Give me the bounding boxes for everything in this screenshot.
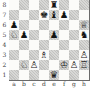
square-c4[interactable] <box>29 40 39 50</box>
square-f1[interactable] <box>59 70 69 80</box>
chess-diagram: 87654321 ♜♚♝♟♟♕♘♟♟♞♗♙♘♙♔♙♖♛ abcdefgh <box>0 0 92 88</box>
black-queen-e1: ♛ <box>50 70 59 80</box>
square-b7[interactable] <box>19 10 29 20</box>
white-knight-b2: ♘ <box>20 60 29 70</box>
white-knight-a5: ♘ <box>10 30 19 40</box>
black-pawn-f7: ♟ <box>60 10 69 20</box>
white-king-f2: ♔ <box>60 60 69 70</box>
square-f8[interactable] <box>59 0 69 10</box>
black-pawn-e5: ♟ <box>50 30 59 40</box>
square-b3[interactable] <box>19 50 29 60</box>
square-d1[interactable] <box>39 70 49 80</box>
square-e4[interactable] <box>49 40 59 50</box>
black-knight-h5: ♞ <box>80 30 89 40</box>
square-g3[interactable] <box>69 50 79 60</box>
white-queen-h6: ♕ <box>80 20 89 30</box>
square-a1[interactable] <box>9 70 19 80</box>
square-a3[interactable] <box>9 50 19 60</box>
rank-label-2: 2 <box>0 60 9 70</box>
square-h6[interactable]: ♕ <box>79 20 89 30</box>
square-c5[interactable] <box>29 30 39 40</box>
rank-label-1: 1 <box>0 70 9 80</box>
file-labels: abcdefgh <box>9 80 89 88</box>
white-pawn-c2: ♙ <box>30 60 39 70</box>
square-h2[interactable]: ♖ <box>79 60 89 70</box>
square-e1[interactable]: ♛ <box>49 70 59 80</box>
square-g8[interactable] <box>69 0 79 10</box>
square-a7[interactable] <box>9 10 19 20</box>
file-label-h: h <box>79 80 89 88</box>
square-d6[interactable] <box>39 20 49 30</box>
square-c3[interactable] <box>29 50 39 60</box>
square-f5[interactable] <box>59 30 69 40</box>
black-pawn-a6: ♟ <box>10 20 19 30</box>
square-e2[interactable] <box>49 60 59 70</box>
square-e3[interactable] <box>49 50 59 60</box>
file-label-d: d <box>39 80 49 88</box>
rank-label-3: 3 <box>0 50 9 60</box>
square-e5[interactable]: ♟ <box>49 30 59 40</box>
white-pawn-g2: ♙ <box>70 60 79 70</box>
rank-label-7: 7 <box>0 10 9 20</box>
rank-label-6: 6 <box>0 20 9 30</box>
black-king-d7: ♚ <box>40 10 49 20</box>
square-b6[interactable] <box>19 20 29 30</box>
square-a5[interactable]: ♘ <box>9 30 19 40</box>
rank-label-8: 8 <box>0 0 9 10</box>
square-c6[interactable] <box>29 20 39 30</box>
black-bishop-e7: ♝ <box>50 10 59 20</box>
square-b1[interactable] <box>19 70 29 80</box>
square-d7[interactable]: ♚ <box>39 10 49 20</box>
square-d4[interactable] <box>39 40 49 50</box>
square-a2[interactable] <box>9 60 19 70</box>
white-pawn-h3: ♙ <box>80 50 89 60</box>
square-e7[interactable]: ♝ <box>49 10 59 20</box>
square-h1[interactable] <box>79 70 89 80</box>
square-g4[interactable] <box>69 40 79 50</box>
file-label-g: g <box>69 80 79 88</box>
square-a6[interactable]: ♟ <box>9 20 19 30</box>
square-d8[interactable] <box>39 0 49 10</box>
square-h4[interactable] <box>79 40 89 50</box>
square-e6[interactable] <box>49 20 59 30</box>
rank-labels: 87654321 <box>0 0 9 80</box>
file-label-c: c <box>29 80 39 88</box>
square-e8[interactable]: ♜ <box>49 0 59 10</box>
rank-label-4: 4 <box>0 40 9 50</box>
white-bishop-d3: ♗ <box>40 50 49 60</box>
square-b2[interactable]: ♘ <box>19 60 29 70</box>
white-rook-h2: ♖ <box>80 60 89 70</box>
black-pawn-b5: ♟ <box>20 30 29 40</box>
square-b8[interactable] <box>19 0 29 10</box>
file-label-a: a <box>9 80 19 88</box>
black-rook-e8: ♜ <box>50 0 59 10</box>
file-label-f: f <box>59 80 69 88</box>
square-d2[interactable] <box>39 60 49 70</box>
square-c8[interactable] <box>29 0 39 10</box>
square-h5[interactable]: ♞ <box>79 30 89 40</box>
square-h8[interactable] <box>79 0 89 10</box>
square-f4[interactable] <box>59 40 69 50</box>
square-a8[interactable] <box>9 0 19 10</box>
file-label-e: e <box>49 80 59 88</box>
square-c1[interactable] <box>29 70 39 80</box>
square-g1[interactable] <box>69 70 79 80</box>
square-c2[interactable]: ♙ <box>29 60 39 70</box>
file-label-b: b <box>19 80 29 88</box>
square-f7[interactable]: ♟ <box>59 10 69 20</box>
square-g2[interactable]: ♙ <box>69 60 79 70</box>
square-b5[interactable]: ♟ <box>19 30 29 40</box>
square-a4[interactable] <box>9 40 19 50</box>
chess-board: ♜♚♝♟♟♕♘♟♟♞♗♙♘♙♔♙♖♛ <box>9 0 90 81</box>
square-h7[interactable] <box>79 10 89 20</box>
square-b4[interactable] <box>19 40 29 50</box>
square-d3[interactable]: ♗ <box>39 50 49 60</box>
square-g6[interactable] <box>69 20 79 30</box>
square-f3[interactable] <box>59 50 69 60</box>
square-g7[interactable] <box>69 10 79 20</box>
square-f6[interactable] <box>59 20 69 30</box>
square-f2[interactable]: ♔ <box>59 60 69 70</box>
square-c7[interactable] <box>29 10 39 20</box>
rank-label-5: 5 <box>0 30 9 40</box>
square-h3[interactable]: ♙ <box>79 50 89 60</box>
square-g5[interactable] <box>69 30 79 40</box>
square-d5[interactable] <box>39 30 49 40</box>
